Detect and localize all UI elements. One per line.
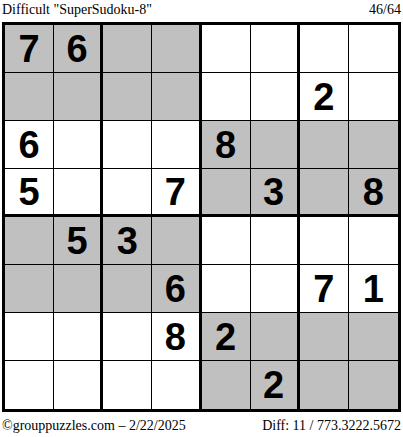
cell-r5c6[interactable] — [251, 217, 300, 265]
cell-r7c6[interactable] — [251, 313, 300, 361]
board: 76268573853671822 — [2, 22, 401, 412]
cell-r2c5[interactable] — [202, 73, 251, 121]
difficulty-text: Diff: 11 / 773.3222.5672 — [262, 418, 401, 434]
given-cell-r7c4[interactable]: 8 — [152, 313, 201, 361]
cell-r5c5[interactable] — [202, 217, 251, 265]
cell-r6c2[interactable] — [54, 265, 103, 313]
given-cell-r6c8[interactable]: 1 — [349, 265, 398, 313]
cell-r7c1[interactable] — [5, 313, 54, 361]
given-cell-r5c3[interactable]: 3 — [103, 217, 152, 265]
cell-r4c5[interactable] — [202, 169, 251, 217]
cell-r7c2[interactable] — [54, 313, 103, 361]
cell-r3c2[interactable] — [54, 121, 103, 169]
cell-r1c3[interactable] — [103, 25, 152, 73]
header: Difficult "SuperSudoku-8" 46/64 — [0, 0, 403, 20]
given-counter: 46/64 — [369, 2, 401, 18]
cell-r5c7[interactable] — [300, 217, 349, 265]
cell-r7c3[interactable] — [103, 313, 152, 361]
given-cell-r4c8[interactable]: 8 — [349, 169, 398, 217]
cell-r6c5[interactable] — [202, 265, 251, 313]
cell-r1c5[interactable] — [202, 25, 251, 73]
given-cell-r4c4[interactable]: 7 — [152, 169, 201, 217]
cell-r8c1[interactable] — [5, 361, 54, 409]
cell-r3c4[interactable] — [152, 121, 201, 169]
cell-r8c2[interactable] — [54, 361, 103, 409]
cell-r3c8[interactable] — [349, 121, 398, 169]
cell-r4c7[interactable] — [300, 169, 349, 217]
cell-r4c3[interactable] — [103, 169, 152, 217]
cell-r6c1[interactable] — [5, 265, 54, 313]
copyright-text: ©grouppuzzles.com – 2/22/2025 — [2, 418, 186, 434]
cell-r2c6[interactable] — [251, 73, 300, 121]
cell-r5c4[interactable] — [152, 217, 201, 265]
cell-r8c3[interactable] — [103, 361, 152, 409]
cell-r7c7[interactable] — [300, 313, 349, 361]
given-cell-r7c5[interactable]: 2 — [202, 313, 251, 361]
given-cell-r3c5[interactable]: 8 — [202, 121, 251, 169]
given-cell-r6c4[interactable]: 6 — [152, 265, 201, 313]
given-cell-r6c7[interactable]: 7 — [300, 265, 349, 313]
cell-r1c7[interactable] — [300, 25, 349, 73]
cell-r7c8[interactable] — [349, 313, 398, 361]
cell-r8c4[interactable] — [152, 361, 201, 409]
cell-r2c2[interactable] — [54, 73, 103, 121]
given-cell-r1c2[interactable]: 6 — [54, 25, 103, 73]
cell-r5c8[interactable] — [349, 217, 398, 265]
footer: ©grouppuzzles.com – 2/22/2025 Diff: 11 /… — [0, 412, 403, 434]
given-cell-r3c1[interactable]: 6 — [5, 121, 54, 169]
cell-r8c5[interactable] — [202, 361, 251, 409]
given-cell-r1c1[interactable]: 7 — [5, 25, 54, 73]
given-cell-r5c2[interactable]: 5 — [54, 217, 103, 265]
given-cell-r4c6[interactable]: 3 — [251, 169, 300, 217]
given-cell-r4c1[interactable]: 5 — [5, 169, 54, 217]
cell-r3c3[interactable] — [103, 121, 152, 169]
cell-r1c6[interactable] — [251, 25, 300, 73]
cell-r2c1[interactable] — [5, 73, 54, 121]
cell-r2c8[interactable] — [349, 73, 398, 121]
puzzle-title: Difficult "SuperSudoku-8" — [2, 2, 152, 18]
cell-r6c6[interactable] — [251, 265, 300, 313]
cell-r3c6[interactable] — [251, 121, 300, 169]
cell-r2c4[interactable] — [152, 73, 201, 121]
cell-r5c1[interactable] — [5, 217, 54, 265]
cell-r1c4[interactable] — [152, 25, 201, 73]
cell-r6c3[interactable] — [103, 265, 152, 313]
cell-r8c8[interactable] — [349, 361, 398, 409]
cell-r4c2[interactable] — [54, 169, 103, 217]
cell-r1c8[interactable] — [349, 25, 398, 73]
puzzle-page: Difficult "SuperSudoku-8" 46/64 76268573… — [0, 0, 403, 437]
cell-r2c3[interactable] — [103, 73, 152, 121]
cell-r8c7[interactable] — [300, 361, 349, 409]
cell-r3c7[interactable] — [300, 121, 349, 169]
given-cell-r8c6[interactable]: 2 — [251, 361, 300, 409]
given-cell-r2c7[interactable]: 2 — [300, 73, 349, 121]
